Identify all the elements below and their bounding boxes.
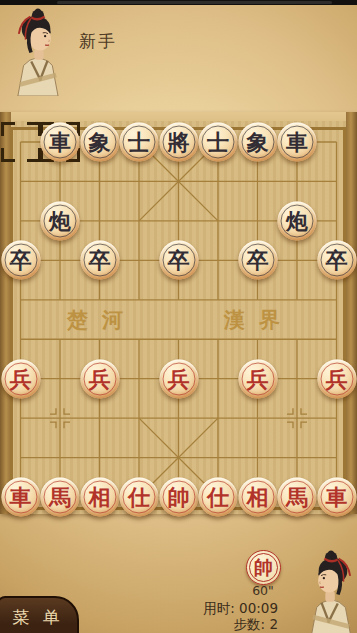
piece-glyph: 卒 — [168, 241, 190, 279]
piece-卒-black[interactable]: 卒 — [317, 241, 356, 280]
piece-glyph: 士 — [207, 123, 229, 161]
piece-glyph: 炮 — [49, 201, 71, 239]
turn-indicator-badge: 帥 — [246, 550, 281, 585]
piece-glyph: 兵 — [89, 359, 111, 397]
board-grid — [0, 112, 357, 514]
move-count-row: 步数: 2 — [160, 616, 278, 633]
piece-仕-red[interactable]: 仕 — [199, 478, 238, 517]
piece-相-red[interactable]: 相 — [80, 478, 119, 517]
woman-portrait-illustration — [303, 550, 357, 633]
piece-glyph: 將 — [168, 123, 190, 161]
opponent-avatar — [8, 8, 66, 96]
piece-車-black[interactable]: 車 — [278, 123, 317, 162]
piece-glyph: 馬 — [286, 478, 308, 516]
piece-馬-red[interactable]: 馬 — [278, 478, 317, 517]
status-bar — [0, 0, 357, 5]
piece-glyph: 車 — [10, 478, 32, 516]
piece-象-black[interactable]: 象 — [238, 123, 277, 162]
move-count-label: 步数: — [234, 616, 266, 632]
piece-glyph: 兵 — [168, 359, 190, 397]
piece-glyph: 炮 — [286, 201, 308, 239]
piece-glyph: 馬 — [49, 478, 71, 516]
piece-glyph: 象 — [89, 123, 111, 161]
elapsed-time-label: 用时: — [203, 600, 235, 616]
piece-兵-red[interactable]: 兵 — [80, 359, 119, 398]
piece-glyph: 兵 — [326, 359, 348, 397]
move-count-value: 2 — [269, 616, 278, 632]
turn-indicator-piece: 帥 — [254, 556, 273, 578]
piece-將-black[interactable]: 將 — [159, 123, 198, 162]
piece-glyph: 相 — [89, 478, 111, 516]
piece-卒-black[interactable]: 卒 — [159, 241, 198, 280]
piece-帥-red[interactable]: 帥 — [159, 478, 198, 517]
piece-glyph: 兵 — [247, 359, 269, 397]
piece-glyph: 士 — [128, 123, 150, 161]
piece-glyph: 帥 — [168, 478, 190, 516]
xiangqi-app-screen: 新手 楚河 漢界 車象士將士象車炮炮卒卒卒卒卒兵兵兵兵兵車馬相仕帥仕相馬車 菜 … — [0, 0, 357, 633]
piece-glyph: 車 — [286, 123, 308, 161]
menu-button[interactable]: 菜 单 — [0, 596, 79, 633]
opponent-name: 新手 — [79, 30, 117, 53]
piece-glyph: 卒 — [89, 241, 111, 279]
player-avatar — [303, 550, 357, 633]
piece-兵-red[interactable]: 兵 — [317, 359, 356, 398]
piece-兵-red[interactable]: 兵 — [159, 359, 198, 398]
piece-炮-black[interactable]: 炮 — [41, 201, 80, 240]
piece-兵-red[interactable]: 兵 — [1, 359, 40, 398]
elapsed-time-value: 00:09 — [239, 600, 278, 616]
piece-車-black[interactable]: 車 — [41, 123, 80, 162]
piece-glyph: 卒 — [326, 241, 348, 279]
piece-士-black[interactable]: 士 — [199, 123, 238, 162]
piece-卒-black[interactable]: 卒 — [80, 241, 119, 280]
piece-象-black[interactable]: 象 — [80, 123, 119, 162]
status-bar-notch — [57, 1, 332, 4]
piece-相-red[interactable]: 相 — [238, 478, 277, 517]
piece-glyph: 車 — [326, 478, 348, 516]
piece-車-red[interactable]: 車 — [1, 478, 40, 517]
piece-glyph: 兵 — [10, 359, 32, 397]
piece-卒-black[interactable]: 卒 — [238, 241, 277, 280]
piece-兵-red[interactable]: 兵 — [238, 359, 277, 398]
piece-glyph: 車 — [49, 123, 71, 161]
piece-glyph: 象 — [247, 123, 269, 161]
river-label-right: 漢界 — [224, 306, 294, 334]
piece-glyph: 仕 — [128, 478, 150, 516]
piece-士-black[interactable]: 士 — [120, 123, 159, 162]
river-label-left: 楚河 — [67, 306, 137, 334]
piece-glyph: 相 — [247, 478, 269, 516]
piece-glyph: 仕 — [207, 478, 229, 516]
piece-glyph: 卒 — [247, 241, 269, 279]
piece-車-red[interactable]: 車 — [317, 478, 356, 517]
last-move-from-marker — [1, 122, 41, 162]
per-move-timer: 60" — [238, 583, 288, 598]
piece-仕-red[interactable]: 仕 — [120, 478, 159, 517]
piece-glyph: 卒 — [10, 241, 32, 279]
piece-馬-red[interactable]: 馬 — [41, 478, 80, 517]
piece-卒-black[interactable]: 卒 — [1, 241, 40, 280]
piece-炮-black[interactable]: 炮 — [278, 201, 317, 240]
woman-portrait-illustration — [8, 8, 66, 96]
